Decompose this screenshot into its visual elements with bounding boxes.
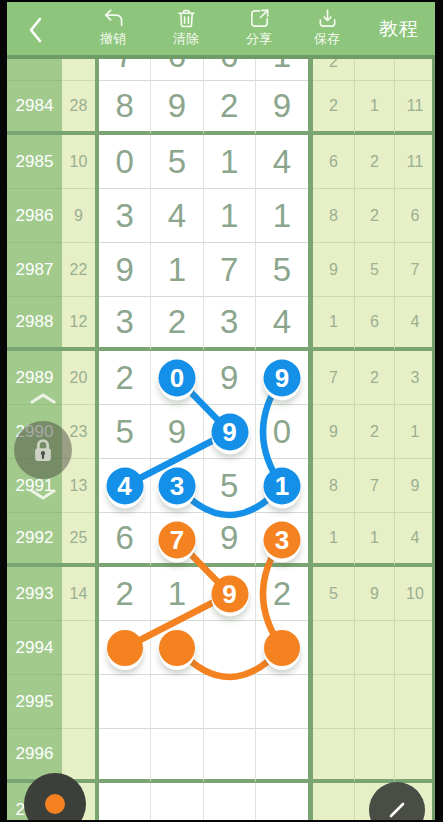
blue-marked-number[interactable]: 1 xyxy=(264,468,301,505)
stat-cell: 5 xyxy=(355,243,395,297)
undo-button[interactable]: 撤销 xyxy=(81,7,145,46)
lock-button[interactable] xyxy=(14,421,72,479)
digit-cell[interactable]: 7 xyxy=(204,243,256,297)
digit-cell[interactable] xyxy=(204,675,256,729)
digit-cell[interactable]: 2 xyxy=(99,567,151,621)
stat-cell-value: 8 xyxy=(329,207,338,225)
table-row: 2987229175957 xyxy=(7,243,435,297)
period-cell: 2986 xyxy=(7,189,62,243)
orange-marked-number[interactable]: 7 xyxy=(159,522,196,559)
stat-cell: 1 xyxy=(313,297,355,351)
sum-cell: 22 xyxy=(62,243,95,297)
period-cell: 2988 xyxy=(7,297,62,351)
digit-cell-value: 1 xyxy=(220,143,238,181)
digit-cell-value: 9 xyxy=(115,251,133,289)
sum-cell-value: 13 xyxy=(70,477,88,495)
stat-cell: 9 xyxy=(395,459,435,513)
stat-cell: 3 xyxy=(395,351,435,405)
chevron-up-icon[interactable] xyxy=(28,392,58,404)
period-cell-value: 2994 xyxy=(16,638,54,658)
digit-cell[interactable]: 0 xyxy=(256,405,308,459)
stat-cell-value: 9 xyxy=(411,477,420,495)
digit-cell[interactable]: 1 xyxy=(256,189,308,243)
blue-marked-number[interactable]: 9 xyxy=(211,414,248,451)
stat-cell xyxy=(395,729,435,783)
stat-cell: 2 xyxy=(355,135,395,189)
stat-cell-value: 9 xyxy=(329,423,338,441)
stat-cell: 10 xyxy=(395,567,435,621)
digit-cell[interactable]: 6 xyxy=(151,59,203,81)
stat-cell-value: 1 xyxy=(411,423,420,441)
sum-cell: 20 xyxy=(62,351,95,405)
period-cell-value: 2996 xyxy=(16,744,54,764)
table-row: 2989202099723 xyxy=(7,351,435,405)
stat-cell-value: 7 xyxy=(329,369,338,387)
digit-cell[interactable]: 9 xyxy=(204,513,256,567)
stat-cell xyxy=(313,621,355,675)
stat-cell-value: 11 xyxy=(407,153,424,171)
chevron-down-icon[interactable] xyxy=(28,489,58,501)
stat-cell-value: 4 xyxy=(411,529,420,547)
stat-cell-value: 1 xyxy=(329,313,338,331)
period-cell-value: 2984 xyxy=(16,96,54,116)
table-row: 76612 xyxy=(7,59,435,81)
period-cell-value: 2987 xyxy=(16,260,54,280)
digit-cell-value: 0 xyxy=(273,413,291,451)
undo-label: 撤销 xyxy=(100,31,126,46)
orange-marked-number[interactable]: 9 xyxy=(211,576,248,613)
stat-cell-value: 1 xyxy=(370,529,379,547)
stat-cell xyxy=(395,621,435,675)
stat-cell: 7 xyxy=(355,459,395,513)
digit-cell[interactable]: 4 xyxy=(256,297,308,351)
period-cell: 2985 xyxy=(7,135,62,189)
sum-cell xyxy=(62,675,95,729)
digit-cell-value: 9 xyxy=(220,359,238,397)
digit-cell[interactable] xyxy=(151,783,203,820)
digit-cell[interactable]: 7 xyxy=(99,59,151,81)
stat-cell-value: 1 xyxy=(370,97,379,115)
stat-cell xyxy=(313,783,355,820)
table-row: 298693411826 xyxy=(7,189,435,243)
digit-cell[interactable]: 9 xyxy=(151,81,203,135)
stat-cell: 9 xyxy=(313,405,355,459)
digit-cell-value: 2 xyxy=(115,575,133,613)
table-row: 2991134351879 xyxy=(7,459,435,513)
digit-cell[interactable]: 4 xyxy=(151,189,203,243)
stat-cell-value: 2 xyxy=(370,369,379,387)
stat-cell-value: 6 xyxy=(370,313,379,331)
orange-marker-dot xyxy=(45,794,65,814)
orange-marked-number[interactable]: 3 xyxy=(264,522,301,559)
digit-cell[interactable] xyxy=(151,729,203,783)
digit-cell[interactable]: 2 xyxy=(151,297,203,351)
period-cell-value: 2986 xyxy=(16,206,54,226)
blue-marked-number[interactable]: 4 xyxy=(106,468,143,505)
digit-cell[interactable] xyxy=(151,675,203,729)
digit-cell[interactable]: 0 xyxy=(99,135,151,189)
digit-cell[interactable] xyxy=(99,783,151,820)
orange-marker-dot[interactable] xyxy=(159,630,195,666)
digit-cell-value: 3 xyxy=(115,197,133,235)
sum-cell-value: 28 xyxy=(70,97,88,115)
digit-cell-value: 3 xyxy=(220,303,238,341)
app-screen: 撤销 清除 分享 xyxy=(7,2,435,820)
digit-cell[interactable]: 5 xyxy=(204,459,256,513)
stat-cell xyxy=(395,59,435,81)
stat-cell: 1 xyxy=(355,513,395,567)
blue-marked-number[interactable]: 0 xyxy=(159,360,196,397)
stat-cell: 9 xyxy=(355,567,395,621)
digit-cell[interactable]: 5 xyxy=(151,135,203,189)
stat-cell: 7 xyxy=(313,351,355,405)
save-label: 保存 xyxy=(314,31,340,46)
table-row: 2988123234164 xyxy=(7,297,435,351)
period-cell: 2994 xyxy=(7,621,62,675)
table-row: 2996 xyxy=(7,729,435,783)
digit-cell-value: 1 xyxy=(273,59,291,75)
digit-cell[interactable] xyxy=(99,675,151,729)
digit-cell[interactable]: 1 xyxy=(204,135,256,189)
stat-cell-value: 2 xyxy=(370,207,379,225)
undo-icon xyxy=(102,7,125,30)
stat-cell-value: 10 xyxy=(406,585,424,603)
period-cell: 2984 xyxy=(7,81,62,135)
period-cell-value: 2989 xyxy=(16,368,54,388)
digit-cell[interactable]: 5 xyxy=(99,405,151,459)
digit-cell-value: 7 xyxy=(115,59,133,75)
digit-cell-value: 2 xyxy=(273,575,291,613)
stat-cell: 2 xyxy=(355,351,395,405)
sum-cell-value: 9 xyxy=(74,207,83,225)
stat-cell-value: 7 xyxy=(370,477,379,495)
stat-cell-value: 2 xyxy=(329,59,338,71)
stat-cell-value: 6 xyxy=(329,153,338,171)
digit-cell-value: 1 xyxy=(273,197,291,235)
stat-cell xyxy=(313,729,355,783)
digit-cell[interactable] xyxy=(256,783,308,820)
digit-cell-value: 6 xyxy=(168,59,186,75)
digit-cell-value: 8 xyxy=(115,87,133,125)
clear-button[interactable]: 清除 xyxy=(154,7,218,46)
digit-cell[interactable] xyxy=(204,783,256,820)
digit-cell-value: 1 xyxy=(168,251,186,289)
digit-cell[interactable]: 3 xyxy=(99,189,151,243)
digit-cell[interactable] xyxy=(256,675,308,729)
save-icon xyxy=(316,7,339,30)
period-cell: 2993 xyxy=(7,567,62,621)
digit-cell-value: 1 xyxy=(168,575,186,613)
trash-icon xyxy=(175,7,198,30)
digit-cell-value: 4 xyxy=(273,143,291,181)
digit-cell-value: 2 xyxy=(168,303,186,341)
stat-cell: 6 xyxy=(355,297,395,351)
sum-cell-value: 10 xyxy=(70,153,88,171)
stat-cell-value: 9 xyxy=(370,585,379,603)
digit-cell[interactable] xyxy=(256,729,308,783)
stat-cell: 11 xyxy=(395,135,435,189)
stat-cell: 4 xyxy=(395,297,435,351)
sum-cell-value: 14 xyxy=(70,585,88,603)
sum-cell: 9 xyxy=(62,189,95,243)
digit-cell[interactable]: 8 xyxy=(99,81,151,135)
digit-cell-value: 4 xyxy=(273,303,291,341)
digit-cell-value: 2 xyxy=(220,87,238,125)
digit-cell[interactable]: 9 xyxy=(256,81,308,135)
sum-cell: 10 xyxy=(62,135,95,189)
digit-cell[interactable]: 1 xyxy=(151,567,203,621)
stat-cell: 2 xyxy=(355,405,395,459)
blue-marked-number[interactable]: 9 xyxy=(264,360,301,397)
blue-marked-number[interactable]: 3 xyxy=(159,468,196,505)
stat-cell xyxy=(313,675,355,729)
digit-cell-value: 7 xyxy=(220,251,238,289)
stat-cell-value: 5 xyxy=(329,585,338,603)
stat-cell-value: 11 xyxy=(407,97,424,115)
table-row: 29851005146211 xyxy=(7,135,435,189)
digit-cell[interactable]: 6 xyxy=(204,59,256,81)
stat-cell xyxy=(395,675,435,729)
stat-cell-value: 4 xyxy=(411,313,420,331)
sum-cell: 28 xyxy=(62,81,95,135)
digit-cell-value: 5 xyxy=(220,467,238,505)
stat-cell: 2 xyxy=(313,59,355,81)
digit-cell-value: 3 xyxy=(115,303,133,341)
toolbar: 撤销 清除 分享 xyxy=(7,2,435,55)
period-cell xyxy=(7,59,62,81)
period-cell: 2995 xyxy=(7,675,62,729)
period-cell-value: 2995 xyxy=(16,692,54,712)
stat-cell: 2 xyxy=(313,81,355,135)
digit-cell-value: 0 xyxy=(115,143,133,181)
chevron-left-icon xyxy=(25,16,47,44)
digit-cell[interactable]: 2 xyxy=(256,567,308,621)
save-button[interactable]: 保存 xyxy=(295,7,359,46)
sum-cell-value: 20 xyxy=(70,369,88,387)
digit-cell[interactable]: 1 xyxy=(256,59,308,81)
digit-cell-value: 1 xyxy=(220,197,238,235)
tutorial-button[interactable]: 教程 xyxy=(379,16,419,42)
digit-cell[interactable]: 1 xyxy=(204,189,256,243)
sum-cell xyxy=(62,621,95,675)
digit-cell[interactable]: 5 xyxy=(256,243,308,297)
stat-cell: 11 xyxy=(395,81,435,135)
stat-cell-value: 7 xyxy=(411,261,420,279)
digit-cell[interactable] xyxy=(99,729,151,783)
stat-cell-value: 2 xyxy=(370,423,379,441)
digit-cell[interactable]: 9 xyxy=(99,243,151,297)
stat-cell: 7 xyxy=(395,243,435,297)
digit-cell-value: 2 xyxy=(115,359,133,397)
stat-cell: 6 xyxy=(395,189,435,243)
digit-cell[interactable]: 9 xyxy=(204,351,256,405)
stat-cell-value: 5 xyxy=(370,261,379,279)
digit-cell[interactable] xyxy=(204,621,256,675)
line-tool-icon xyxy=(384,797,410,820)
digit-cell-value: 9 xyxy=(168,87,186,125)
period-cell: 2987 xyxy=(7,243,62,297)
stat-cell-value: 6 xyxy=(411,207,420,225)
digit-cell-value: 9 xyxy=(168,413,186,451)
stat-cell-value: 1 xyxy=(329,529,338,547)
back-button[interactable] xyxy=(21,15,51,45)
digit-cell-value: 9 xyxy=(220,519,238,557)
stat-cell: 6 xyxy=(313,135,355,189)
digit-cell[interactable]: 2 xyxy=(204,81,256,135)
stat-cell: 8 xyxy=(313,459,355,513)
digit-cell-value: 4 xyxy=(168,197,186,235)
stat-cell xyxy=(355,675,395,729)
stat-cell: 1 xyxy=(313,513,355,567)
digit-cell[interactable]: 9 xyxy=(151,405,203,459)
sum-cell-value: 25 xyxy=(70,529,88,547)
digit-cell-value: 5 xyxy=(168,143,186,181)
sum-cell-value: 22 xyxy=(70,261,88,279)
table-row: 2995 xyxy=(7,675,435,729)
digit-cell-value: 6 xyxy=(115,519,133,557)
digit-cell[interactable]: 3 xyxy=(99,297,151,351)
digit-cell-value: 5 xyxy=(273,251,291,289)
period-cell-value: 2993 xyxy=(16,584,54,604)
digit-cell-value: 6 xyxy=(220,59,238,75)
stat-cell: 1 xyxy=(355,81,395,135)
table-row: 2994 xyxy=(7,621,435,675)
stat-cell: 5 xyxy=(313,567,355,621)
stat-cell: 2 xyxy=(355,189,395,243)
sum-cell-value: 12 xyxy=(70,313,88,331)
share-button[interactable]: 分享 xyxy=(227,7,291,46)
stat-cell xyxy=(355,729,395,783)
stat-cell xyxy=(355,621,395,675)
stat-cell: 8 xyxy=(313,189,355,243)
table-row: 2992256793114 xyxy=(7,513,435,567)
digit-cell[interactable]: 4 xyxy=(256,135,308,189)
digit-cell[interactable]: 6 xyxy=(99,513,151,567)
stat-cell-value: 9 xyxy=(329,261,338,279)
clear-label: 清除 xyxy=(173,31,199,46)
stat-cell-value: 8 xyxy=(329,477,338,495)
stat-cell-value: 2 xyxy=(370,153,379,171)
period-cell-value: 2985 xyxy=(16,152,54,172)
sum-cell: 14 xyxy=(62,567,95,621)
period-cell-value: 2988 xyxy=(16,312,54,332)
stat-cell: 4 xyxy=(395,513,435,567)
orange-marker-dot[interactable] xyxy=(107,630,143,666)
stat-cell: 1 xyxy=(395,405,435,459)
digit-cell[interactable] xyxy=(204,729,256,783)
sum-cell: 25 xyxy=(62,513,95,567)
stat-cell xyxy=(355,59,395,81)
stat-cell: 9 xyxy=(313,243,355,297)
stat-cell-value: 2 xyxy=(329,97,338,115)
period-cell-value: 2992 xyxy=(16,528,54,548)
digit-cell[interactable]: 2 xyxy=(99,351,151,405)
sum-cell: 12 xyxy=(62,297,95,351)
period-cell: 2992 xyxy=(7,513,62,567)
lock-icon xyxy=(28,434,58,466)
share-icon xyxy=(248,7,271,30)
digit-cell-value: 5 xyxy=(115,413,133,451)
sum-cell-value: 23 xyxy=(70,423,88,441)
digit-cell-value: 9 xyxy=(273,87,291,125)
sum-cell xyxy=(62,59,95,81)
table-row: 29842889292111 xyxy=(7,81,435,135)
stat-cell-value: 3 xyxy=(411,369,420,387)
sum-cell: 13 xyxy=(62,459,95,513)
table-right-border xyxy=(432,59,435,820)
digit-cell[interactable]: 1 xyxy=(151,243,203,297)
digit-cell[interactable]: 3 xyxy=(204,297,256,351)
header-divider xyxy=(7,55,435,59)
share-label: 分享 xyxy=(246,31,272,46)
orange-marker-dot[interactable] xyxy=(264,630,300,666)
